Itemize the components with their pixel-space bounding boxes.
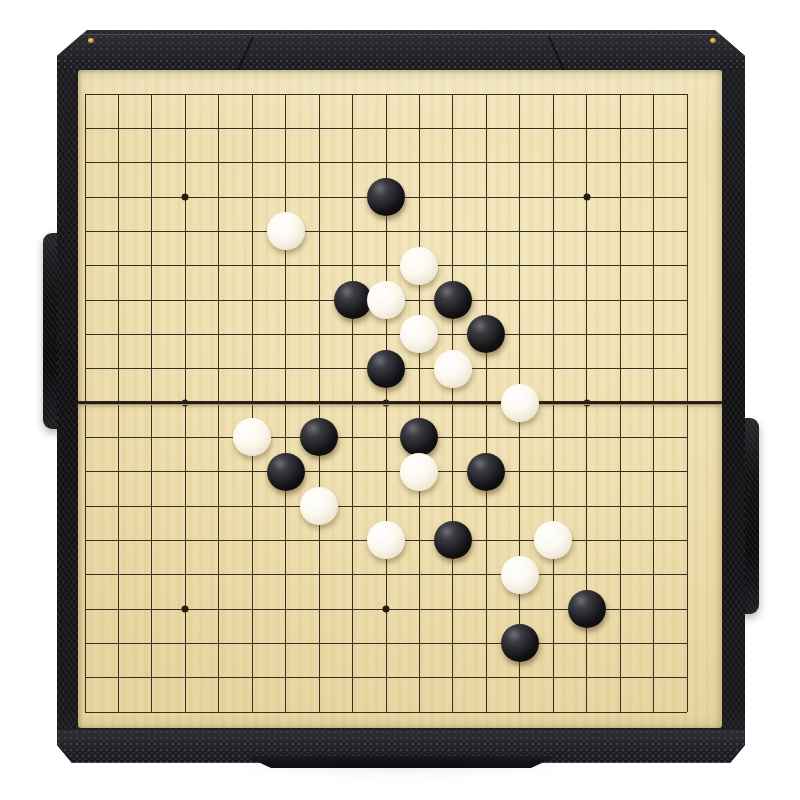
white-stone-kl (400, 453, 438, 491)
black-stone-nq (501, 624, 539, 662)
white-stone-li (434, 350, 472, 388)
star-point (583, 194, 590, 201)
grid-line-horizontal (85, 643, 687, 644)
black-stone-mh (467, 315, 505, 353)
go-set (57, 30, 745, 763)
gold-hinge-pin-right (710, 38, 716, 43)
black-stone-ji (367, 350, 405, 388)
black-stone-pp (568, 590, 606, 628)
black-stone-jd (367, 178, 405, 216)
grid-line-horizontal (85, 437, 687, 438)
star-point (182, 606, 189, 613)
black-stone-kk (400, 418, 438, 456)
floor-shadow (120, 756, 680, 786)
black-stone-gl (267, 453, 305, 491)
white-stone-jg (367, 281, 405, 319)
star-point (383, 606, 390, 613)
white-stone-kf (400, 247, 438, 285)
white-stone-nj (501, 384, 539, 422)
grid-line-horizontal (85, 506, 687, 507)
board-surface (78, 70, 722, 728)
white-stone-on (534, 521, 572, 559)
black-stone-ln (434, 521, 472, 559)
black-stone-hk (300, 418, 338, 456)
product-photo-background: { "game": "go", "board": { "size": 19, "… (0, 0, 800, 800)
black-stone-lg (434, 281, 472, 319)
fold-seam (78, 401, 722, 405)
grid-line-horizontal (85, 712, 687, 713)
black-stone-ml (467, 453, 505, 491)
grid-line-horizontal (85, 677, 687, 678)
gold-hinge-pin-left (88, 38, 94, 43)
white-stone-fk (233, 418, 271, 456)
star-point (182, 194, 189, 201)
white-stone-jn (367, 521, 405, 559)
black-stone-ig (334, 281, 372, 319)
grid-line-horizontal (85, 574, 687, 575)
white-stone-no (501, 556, 539, 594)
white-stone-hm (300, 487, 338, 525)
white-stone-kh (400, 315, 438, 353)
white-stone-ge (267, 212, 305, 250)
frame-top-band (57, 34, 745, 71)
grid-line-horizontal (85, 471, 687, 472)
